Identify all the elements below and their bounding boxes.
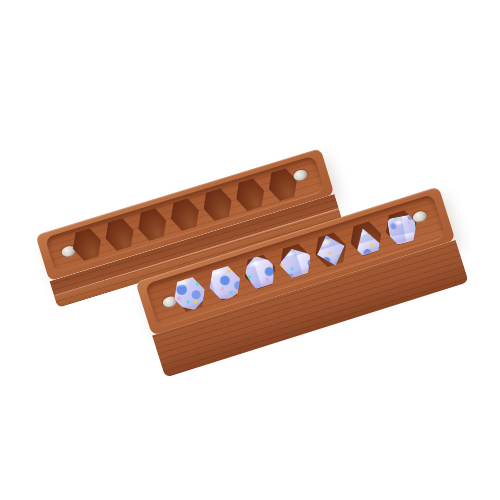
- die-highlight: [208, 265, 227, 279]
- die-d20: [163, 267, 214, 316]
- die-d8: [311, 231, 350, 270]
- hex-slot-d10-percent: [275, 240, 316, 282]
- hex-slot-d20: [169, 273, 210, 315]
- die-highlight: [245, 257, 263, 270]
- die-highlight: [281, 248, 299, 260]
- die-d4: [347, 222, 387, 259]
- hex-slot-d10: [240, 251, 281, 293]
- hex-slot-empty: [134, 206, 171, 243]
- die-highlight: [317, 237, 333, 249]
- die-d12: [201, 258, 248, 304]
- hex-slot-d8: [310, 229, 351, 271]
- hex-slot-empty: [101, 216, 138, 253]
- hex-slot-empty: [199, 186, 236, 223]
- die-highlight: [353, 228, 370, 239]
- hex-slot-d4: [346, 218, 387, 260]
- hex-slot-empty: [232, 176, 269, 213]
- die-highlight: [391, 218, 404, 227]
- die-d10-percent: [274, 242, 317, 281]
- hex-slot-empty: [167, 196, 204, 233]
- hex-slot-d12: [204, 262, 245, 304]
- die-highlight: [171, 275, 192, 290]
- die-d10: [238, 251, 281, 293]
- product-photo: [0, 0, 500, 500]
- hex-slot-empty: [69, 226, 106, 263]
